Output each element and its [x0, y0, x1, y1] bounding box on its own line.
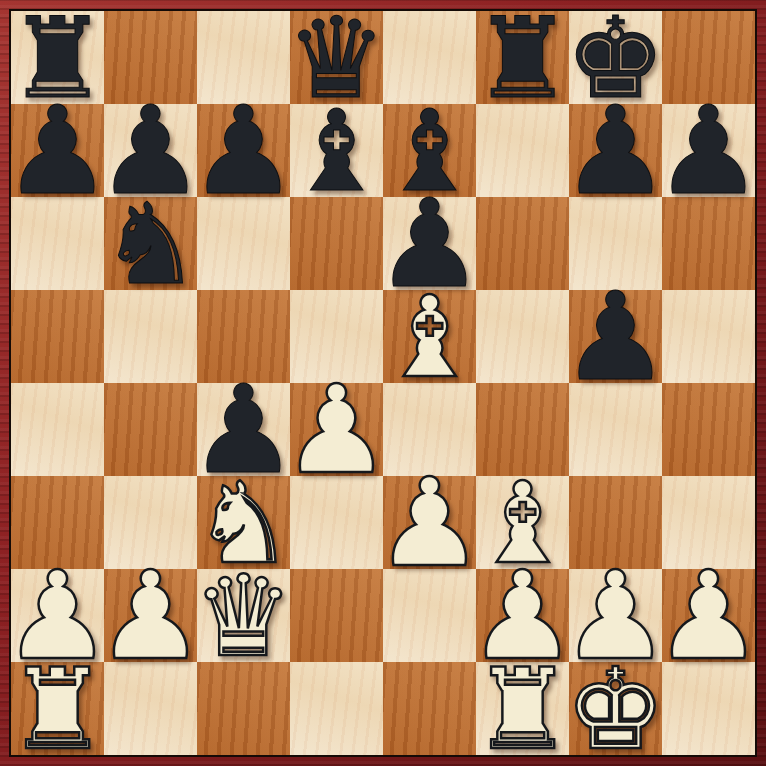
- piece-black-pawn[interactable]: ♟: [189, 90, 298, 212]
- square-g1[interactable]: ♚: [569, 662, 662, 755]
- square-a4[interactable]: [11, 383, 104, 476]
- square-d1[interactable]: [290, 662, 383, 755]
- square-h2[interactable]: ♟: [662, 569, 755, 662]
- piece-white-queen[interactable]: ♛: [193, 560, 293, 672]
- piece-white-pawn[interactable]: ♟: [96, 555, 205, 677]
- square-f1[interactable]: ♜: [476, 662, 569, 755]
- square-g7[interactable]: ♟: [569, 104, 662, 197]
- square-e5[interactable]: ♝: [383, 290, 476, 383]
- piece-black-pawn[interactable]: ♟: [654, 90, 763, 212]
- square-b4[interactable]: [104, 383, 197, 476]
- piece-black-pawn[interactable]: ♟: [561, 276, 670, 398]
- piece-black-knight[interactable]: ♞: [100, 188, 200, 300]
- square-d4[interactable]: ♟: [290, 383, 383, 476]
- square-a5[interactable]: [11, 290, 104, 383]
- square-b2[interactable]: ♟: [104, 569, 197, 662]
- board-frame: ♜♛♜♚♟♟♟♝♝♟♟♞♟♝♟♟♟♞♟♝♟♟♛♟♟♟♜♜♚: [0, 0, 766, 766]
- square-f5[interactable]: [476, 290, 569, 383]
- square-f6[interactable]: [476, 197, 569, 290]
- piece-white-bishop[interactable]: ♝: [379, 281, 479, 393]
- square-a1[interactable]: ♜: [11, 662, 104, 755]
- square-h4[interactable]: [662, 383, 755, 476]
- square-a7[interactable]: ♟: [11, 104, 104, 197]
- piece-white-rook[interactable]: ♜: [472, 653, 572, 765]
- square-h5[interactable]: [662, 290, 755, 383]
- chess-board: ♜♛♜♚♟♟♟♝♝♟♟♞♟♝♟♟♟♞♟♝♟♟♛♟♟♟♜♜♚: [9, 9, 757, 757]
- square-d7[interactable]: ♝: [290, 104, 383, 197]
- square-f8[interactable]: ♜: [476, 11, 569, 104]
- square-h7[interactable]: ♟: [662, 104, 755, 197]
- square-c2[interactable]: ♛: [197, 569, 290, 662]
- square-e1[interactable]: [383, 662, 476, 755]
- square-d2[interactable]: [290, 569, 383, 662]
- piece-white-pawn[interactable]: ♟: [654, 555, 763, 677]
- piece-white-king[interactable]: ♚: [565, 653, 665, 765]
- piece-white-rook[interactable]: ♜: [7, 653, 107, 765]
- square-b6[interactable]: ♞: [104, 197, 197, 290]
- square-g5[interactable]: ♟: [569, 290, 662, 383]
- piece-black-bishop[interactable]: ♝: [286, 95, 386, 207]
- square-e3[interactable]: ♟: [383, 476, 476, 569]
- square-c7[interactable]: ♟: [197, 104, 290, 197]
- piece-black-rook[interactable]: ♜: [472, 2, 572, 114]
